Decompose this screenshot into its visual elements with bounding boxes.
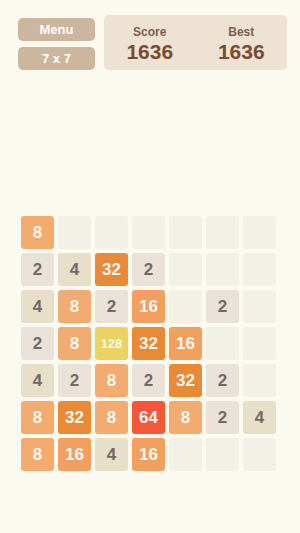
tile-2: 2 <box>95 290 128 323</box>
empty-cell <box>243 253 276 286</box>
tile-4: 4 <box>21 364 54 397</box>
tile-4: 4 <box>95 438 128 471</box>
empty-cell <box>169 216 202 249</box>
tile-8: 8 <box>21 216 54 249</box>
tile-8: 8 <box>95 364 128 397</box>
tile-2: 2 <box>132 364 165 397</box>
empty-cell <box>206 327 239 360</box>
empty-cell <box>243 216 276 249</box>
best-box: Best 1636 <box>218 15 265 70</box>
empty-cell <box>132 216 165 249</box>
score-box: Score 1636 <box>126 15 173 70</box>
empty-cell <box>169 438 202 471</box>
tile-16: 16 <box>169 327 202 360</box>
tile-32: 32 <box>58 401 91 434</box>
board[interactable]: 8243224821622812832164282322832864824816… <box>21 216 276 471</box>
empty-cell <box>206 216 239 249</box>
tile-32: 32 <box>169 364 202 397</box>
best-label: Best <box>228 25 254 40</box>
empty-cell <box>243 364 276 397</box>
tile-8: 8 <box>95 401 128 434</box>
best-value: 1636 <box>218 40 265 63</box>
tile-2: 2 <box>21 253 54 286</box>
tile-8: 8 <box>58 290 91 323</box>
empty-cell <box>58 216 91 249</box>
tile-4: 4 <box>21 290 54 323</box>
empty-cell <box>169 290 202 323</box>
tile-4: 4 <box>243 401 276 434</box>
score-value: 1636 <box>126 40 173 63</box>
tile-16: 16 <box>58 438 91 471</box>
tile-2: 2 <box>58 364 91 397</box>
tile-8: 8 <box>21 401 54 434</box>
empty-cell <box>169 253 202 286</box>
tile-4: 4 <box>58 253 91 286</box>
empty-cell <box>243 290 276 323</box>
tile-32: 32 <box>95 253 128 286</box>
tile-2: 2 <box>206 290 239 323</box>
tile-128: 128 <box>95 327 128 360</box>
tile-8: 8 <box>58 327 91 360</box>
empty-cell <box>206 438 239 471</box>
tile-2: 2 <box>132 253 165 286</box>
empty-cell <box>243 438 276 471</box>
tile-16: 16 <box>132 438 165 471</box>
tile-2: 2 <box>206 364 239 397</box>
tile-2: 2 <box>206 401 239 434</box>
tile-16: 16 <box>132 290 165 323</box>
empty-cell <box>243 327 276 360</box>
board-size-button[interactable]: 7 x 7 <box>18 47 95 70</box>
tile-8: 8 <box>21 438 54 471</box>
empty-cell <box>95 216 128 249</box>
menu-button[interactable]: Menu <box>18 18 95 41</box>
tile-32: 32 <box>132 327 165 360</box>
tile-2: 2 <box>21 327 54 360</box>
empty-cell <box>206 253 239 286</box>
score-panel: Score 1636 Best 1636 <box>104 15 287 70</box>
tile-64: 64 <box>132 401 165 434</box>
tile-8: 8 <box>169 401 202 434</box>
score-label: Score <box>133 25 166 40</box>
